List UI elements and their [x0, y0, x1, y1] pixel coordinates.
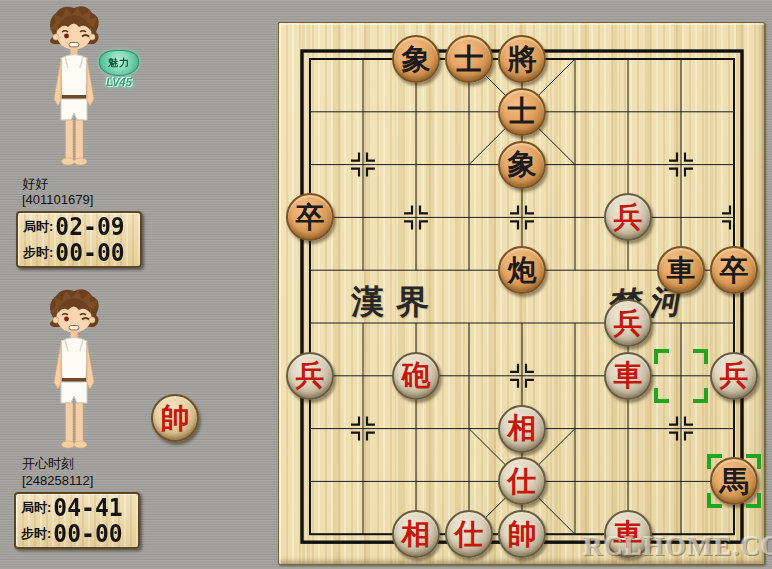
- charm-badge-text: 魅力: [99, 50, 139, 76]
- piece-red-elephant[interactable]: 相: [498, 405, 546, 453]
- player1-id: [401101679]: [22, 192, 93, 207]
- piece-red-soldier[interactable]: 兵: [604, 299, 652, 347]
- piece-black-elephant[interactable]: 象: [392, 35, 440, 83]
- player1-move-time-label: 步时:: [23, 244, 53, 262]
- charm-level-badge: 魅力 LV45: [96, 50, 142, 96]
- player2-move-time-label: 步时:: [21, 525, 51, 543]
- piece-black-chariot[interactable]: 車: [657, 246, 705, 294]
- piece-red-general[interactable]: 帥: [498, 510, 546, 558]
- last-move-highlight: [654, 349, 708, 403]
- piece-red-chariot[interactable]: 車: [604, 352, 652, 400]
- player2-clock: 局时: 04-41 步时: 00-00: [14, 492, 140, 549]
- player1-move-time: 00-00: [55, 239, 124, 266]
- piece-black-elephant[interactable]: 象: [498, 141, 546, 189]
- player1-clock: 局时: 02-09 步时: 00-00: [16, 211, 142, 268]
- watermark: RCLHOME.COM: [583, 531, 772, 562]
- piece-black-advisor[interactable]: 士: [498, 88, 546, 136]
- player2-id: [248258112]: [22, 473, 93, 488]
- player2-avatar: [40, 287, 108, 455]
- player2-side-indicator-piece: 帥: [151, 394, 199, 442]
- player1-game-time: 02-09: [55, 213, 124, 240]
- player2-name: 开心时刻: [22, 455, 74, 473]
- piece-red-elephant[interactable]: 相: [392, 510, 440, 558]
- piece-black-advisor[interactable]: 士: [445, 35, 493, 83]
- xiangqi-board[interactable]: 漢界 楚河 象士將士象卒兵炮車卒兵兵砲車兵相仕馬相仕帥車: [278, 22, 765, 565]
- piece-red-soldier[interactable]: 兵: [710, 352, 758, 400]
- charm-badge-level: LV45: [96, 76, 142, 88]
- player1-game-time-label: 局时:: [23, 218, 53, 236]
- game-window: { "game": "xiangqi", "position": { "fen"…: [0, 0, 772, 569]
- piece-black-general[interactable]: 將: [498, 35, 546, 83]
- player2-game-time: 04-41: [53, 494, 122, 521]
- player1-name: 好好: [22, 175, 48, 193]
- river-label-left: 漢界: [351, 280, 441, 325]
- piece-red-cannon[interactable]: 砲: [392, 352, 440, 400]
- player2-move-time: 00-00: [53, 520, 122, 547]
- piece-red-advisor[interactable]: 仕: [445, 510, 493, 558]
- player-info-panel: 魅力 LV45 好好 [401101679] 局时: 02-09 步时: 00-…: [0, 0, 278, 569]
- last-move-highlight: [707, 454, 761, 508]
- piece-black-cannon[interactable]: 炮: [498, 246, 546, 294]
- piece-red-soldier[interactable]: 兵: [286, 352, 334, 400]
- player2-game-time-label: 局时:: [21, 499, 51, 517]
- piece-black-soldier[interactable]: 卒: [710, 246, 758, 294]
